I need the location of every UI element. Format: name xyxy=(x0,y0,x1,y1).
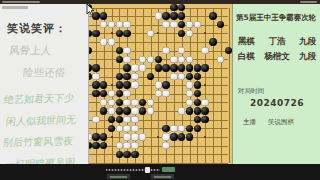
white-stone xyxy=(116,125,123,132)
white-stone xyxy=(147,56,154,63)
black-stone xyxy=(170,64,177,71)
white-stone xyxy=(116,21,123,28)
white-stone xyxy=(178,56,185,63)
white-stone xyxy=(170,56,177,63)
white-label: 白棋 xyxy=(238,51,255,63)
black-stone xyxy=(92,30,99,37)
white-stone xyxy=(186,56,193,63)
black-stone xyxy=(100,107,107,114)
white-stone xyxy=(123,116,130,123)
black-stone xyxy=(162,64,169,71)
poem-line: 闲人似我世间无 xyxy=(5,113,77,129)
white-stone xyxy=(131,116,138,123)
black-stone xyxy=(186,64,193,71)
black-stone xyxy=(178,133,185,140)
black-label: 黑棋 xyxy=(238,36,255,48)
host-label: 主播 xyxy=(243,118,256,127)
black-stone xyxy=(147,73,154,80)
white-stone xyxy=(186,90,193,97)
panel-caption-text xyxy=(2,6,28,9)
white-stone xyxy=(178,47,185,54)
black-stone xyxy=(194,99,201,106)
white-stone xyxy=(162,21,169,28)
white-stone xyxy=(131,99,138,106)
go-board[interactable] xyxy=(86,3,233,165)
grid-line xyxy=(88,154,228,155)
white-stone xyxy=(170,73,177,80)
white-stone xyxy=(123,133,130,140)
black-stone xyxy=(139,99,146,106)
poem-block: 绝艺如君天下少 闲人似我世间无 别后竹窗风雪夜 一灯明暗覆吴图 xyxy=(4,92,76,164)
black-stone xyxy=(194,125,201,132)
white-stone xyxy=(155,12,162,19)
event-title: 第5届王中王争霸赛次轮 xyxy=(236,13,318,23)
white-stone xyxy=(162,142,169,149)
black-stone xyxy=(100,90,107,97)
white-stone xyxy=(178,107,185,114)
game-info-panel: 第5届王中王争霸赛次轮 黑棋 丁浩 九段 白棋 杨楷文 九段 对局时间 2024… xyxy=(232,4,320,164)
white-stone xyxy=(92,73,99,80)
window-title-text xyxy=(2,1,40,3)
black-stone xyxy=(201,116,208,123)
white-stone xyxy=(123,99,130,106)
black-stone xyxy=(100,12,107,19)
white-stone xyxy=(108,99,115,106)
black-stone xyxy=(209,12,216,19)
white-player-row: 白棋 杨楷文 九段 xyxy=(238,51,316,63)
white-stone xyxy=(100,38,107,45)
white-stone xyxy=(186,99,193,106)
white-stone xyxy=(123,90,130,97)
white-stone xyxy=(186,30,193,37)
white-stone xyxy=(147,30,154,37)
black-stone xyxy=(194,73,201,80)
commentary-panel: 笑说笑评： 风骨上人 险些还俗 绝艺如君天下少 闲人似我世间无 别后竹窗风雪夜 … xyxy=(0,4,89,164)
black-stone xyxy=(170,4,177,11)
white-stone xyxy=(108,90,115,97)
white-stone xyxy=(131,81,138,88)
toolbar-button-next[interactable] xyxy=(151,174,174,179)
black-stone xyxy=(139,107,146,114)
black-stone xyxy=(116,90,123,97)
black-stone xyxy=(178,4,185,11)
black-stone xyxy=(155,56,162,63)
white-stone xyxy=(186,81,193,88)
star-point xyxy=(111,84,113,86)
black-stone xyxy=(123,151,130,158)
window-titlebar xyxy=(0,0,320,4)
black-stone xyxy=(186,125,193,132)
black-stone xyxy=(217,21,224,28)
black-stone xyxy=(194,107,201,114)
white-stone xyxy=(201,99,208,106)
white-stone xyxy=(131,133,138,140)
black-stone xyxy=(100,133,107,140)
white-player-name: 杨楷文 xyxy=(264,51,290,63)
black-stone xyxy=(194,64,201,71)
black-stone xyxy=(116,47,123,54)
black-stone xyxy=(131,151,138,158)
black-stone xyxy=(170,12,177,19)
black-stone xyxy=(92,81,99,88)
move-slider-track[interactable] xyxy=(106,169,160,171)
white-stone xyxy=(92,116,99,123)
black-stone xyxy=(116,81,123,88)
black-stone xyxy=(178,64,185,71)
white-stone xyxy=(131,73,138,80)
black-stone xyxy=(186,73,193,80)
move-counter xyxy=(162,167,175,172)
white-stone xyxy=(178,73,185,80)
poem-line: 绝艺如君天下少 xyxy=(3,91,77,107)
star-point xyxy=(111,136,113,138)
white-stone xyxy=(162,47,169,54)
black-stone xyxy=(108,116,115,123)
black-stone xyxy=(123,30,130,37)
grid-line xyxy=(213,8,214,163)
white-stone xyxy=(201,47,208,54)
stream-frame: 笑说笑评： 风骨上人 险些还俗 绝艺如君天下少 闲人似我世间无 别后竹窗风雪夜 … xyxy=(0,0,320,180)
white-stone xyxy=(147,99,154,106)
black-stone xyxy=(92,142,99,149)
move-slider-handle[interactable] xyxy=(145,167,150,173)
black-stone xyxy=(116,151,123,158)
black-stone xyxy=(116,73,123,80)
black-stone xyxy=(194,81,201,88)
black-player-rank: 九段 xyxy=(299,36,316,48)
white-stone xyxy=(186,21,193,28)
white-stone xyxy=(139,64,146,71)
black-stone xyxy=(155,64,162,71)
white-stone xyxy=(170,125,177,132)
white-player-rank: 九段 xyxy=(299,51,316,63)
white-stone xyxy=(108,21,115,28)
poem-line: 一灯明暗覆吴图 xyxy=(4,156,77,164)
black-stone xyxy=(186,107,193,114)
black-stone xyxy=(209,38,216,45)
commentary-line-1: 风骨上人 xyxy=(8,44,51,58)
black-stone xyxy=(100,142,107,149)
player-toolbar xyxy=(0,164,320,180)
grid-line xyxy=(229,8,230,163)
black-stone xyxy=(194,90,201,97)
white-stone xyxy=(170,21,177,28)
white-stone xyxy=(178,125,185,132)
white-stone xyxy=(123,125,130,132)
black-stone xyxy=(116,116,123,123)
white-stone xyxy=(123,56,130,63)
black-player-row: 黑棋 丁浩 九段 xyxy=(238,36,316,48)
black-stone xyxy=(123,73,130,80)
white-stone xyxy=(194,21,201,28)
commentary-line-2: 险些还俗 xyxy=(22,66,65,80)
black-stone xyxy=(92,90,99,97)
commentary-heading: 笑说笑评： xyxy=(7,21,67,36)
black-stone xyxy=(201,107,208,114)
white-stone xyxy=(217,56,224,63)
host-row: 主播 笑说围棋 xyxy=(243,118,313,127)
white-stone xyxy=(131,64,138,71)
white-stone xyxy=(123,142,130,149)
white-stone xyxy=(123,47,130,54)
white-stone xyxy=(123,21,130,28)
black-stone xyxy=(162,12,169,19)
black-stone xyxy=(116,30,123,37)
black-stone xyxy=(123,81,130,88)
white-stone xyxy=(155,81,162,88)
black-stone xyxy=(178,12,185,19)
white-stone xyxy=(116,142,123,149)
black-stone xyxy=(116,107,123,114)
black-player-name: 丁浩 xyxy=(269,36,286,48)
poem-line: 别后竹窗风雪夜 xyxy=(2,134,77,150)
white-stone xyxy=(108,38,115,45)
black-stone xyxy=(178,30,185,37)
white-stone xyxy=(131,125,138,132)
game-time-label: 对局时间 xyxy=(238,87,264,96)
grid-line xyxy=(88,146,228,147)
white-stone xyxy=(108,107,115,114)
black-stone xyxy=(194,116,201,123)
toolbar-button-prev[interactable] xyxy=(107,174,130,179)
host-name: 笑说围棋 xyxy=(268,118,294,127)
black-stone xyxy=(162,125,169,132)
white-stone xyxy=(131,142,138,149)
black-stone xyxy=(116,56,123,63)
mouse-cursor xyxy=(86,4,95,16)
window-controls[interactable] xyxy=(300,1,317,3)
black-stone xyxy=(116,99,123,106)
black-stone xyxy=(100,81,107,88)
white-stone xyxy=(139,56,146,63)
black-stone xyxy=(186,133,193,140)
game-date: 20240726 xyxy=(233,98,320,108)
black-stone xyxy=(123,107,130,114)
black-stone xyxy=(92,64,99,71)
white-stone xyxy=(162,90,169,97)
white-stone xyxy=(100,99,107,106)
white-stone xyxy=(147,107,154,114)
black-stone xyxy=(201,64,208,71)
white-stone xyxy=(155,90,162,97)
white-stone xyxy=(162,133,169,140)
white-stone xyxy=(131,107,138,114)
black-stone xyxy=(123,64,130,71)
black-stone xyxy=(170,133,177,140)
black-stone xyxy=(108,125,115,132)
white-stone xyxy=(100,21,107,28)
black-stone xyxy=(162,81,169,88)
white-stone xyxy=(139,133,146,140)
black-stone xyxy=(178,21,185,28)
grid-line xyxy=(221,8,222,163)
black-stone xyxy=(92,133,99,140)
